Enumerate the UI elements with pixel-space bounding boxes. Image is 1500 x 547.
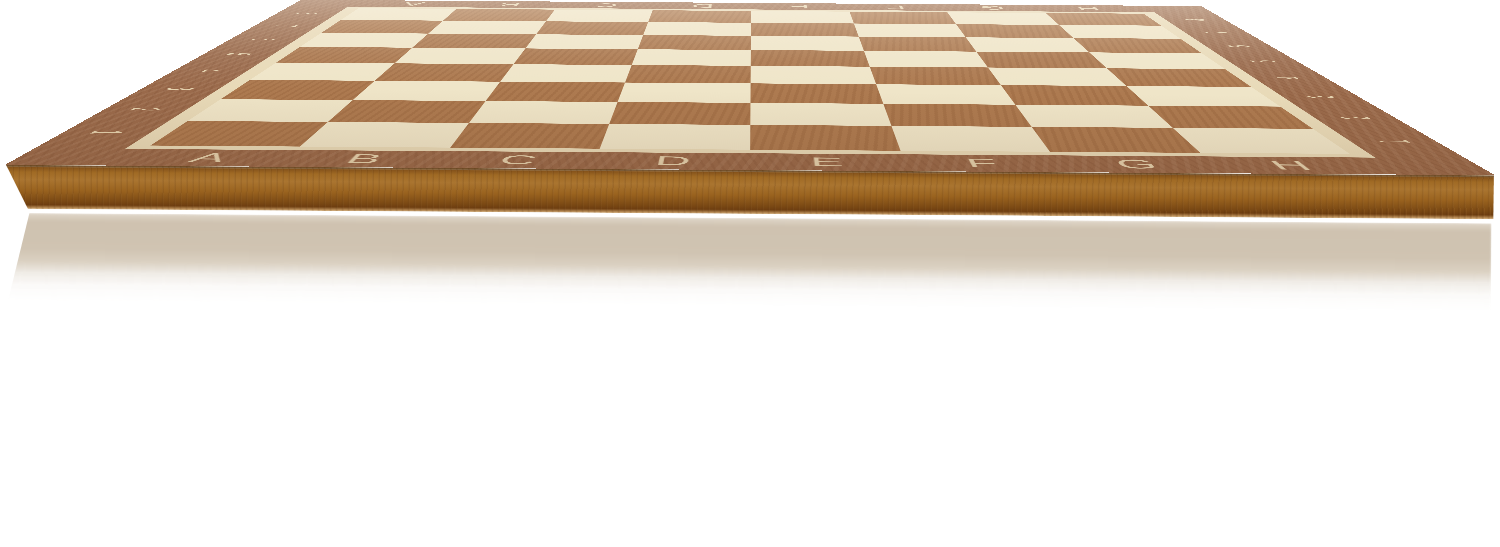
square-a4 bbox=[250, 63, 395, 81]
coordinate-glyph: 5 bbox=[1245, 60, 1282, 62]
square-a5 bbox=[276, 47, 412, 63]
square-f8 bbox=[849, 12, 956, 25]
coordinate-glyph: C bbox=[594, 3, 619, 8]
coordinate-glyph: B bbox=[341, 153, 386, 166]
square-g5 bbox=[976, 52, 1106, 69]
square-b7 bbox=[429, 21, 546, 35]
coordinate-glyph: 8 bbox=[291, 13, 323, 15]
chess-board: ABCDEFGH ABCDEFGH 87654321 87654321 bbox=[5, 0, 1495, 175]
coordinate-glyph: C bbox=[497, 154, 540, 167]
coordinate-glyph: F bbox=[885, 5, 907, 10]
square-b6 bbox=[413, 34, 537, 49]
square-d8 bbox=[648, 10, 751, 23]
square-g7 bbox=[956, 24, 1073, 38]
square-d5 bbox=[632, 49, 751, 66]
coordinate-glyph: 6 bbox=[1221, 45, 1256, 47]
square-b5 bbox=[395, 48, 526, 64]
file-label-front-e: E bbox=[750, 153, 908, 171]
square-g2 bbox=[1015, 105, 1172, 128]
coordinate-glyph: 2 bbox=[1333, 116, 1377, 119]
coordinate-glyph: D bbox=[691, 3, 714, 8]
square-e1 bbox=[750, 125, 900, 151]
square-f5 bbox=[864, 51, 988, 68]
square-g6 bbox=[966, 37, 1089, 52]
square-f7 bbox=[854, 24, 966, 38]
square-e7 bbox=[751, 23, 858, 37]
square-h4 bbox=[1107, 68, 1252, 87]
coordinate-glyph: 5 bbox=[220, 53, 257, 55]
coordinate-glyph: 2 bbox=[123, 108, 167, 111]
board-reflection bbox=[8, 213, 1492, 311]
file-label-front-g: G bbox=[1053, 155, 1223, 173]
square-f2 bbox=[883, 104, 1032, 127]
square-h8 bbox=[1046, 13, 1162, 26]
square-d7 bbox=[643, 22, 751, 36]
coordinate-glyph: G bbox=[978, 5, 1006, 10]
coordinate-glyph: 7 bbox=[269, 25, 302, 27]
square-a7 bbox=[321, 20, 443, 34]
coordinate-glyph: H bbox=[1074, 6, 1103, 11]
coordinate-glyph: D bbox=[654, 155, 692, 168]
product-photo-stage: ABCDEFGH ABCDEFGH 87654321 87654321 bbox=[0, 0, 1500, 547]
square-g3 bbox=[1001, 85, 1148, 106]
square-d6 bbox=[638, 35, 751, 50]
square-b1 bbox=[300, 122, 469, 148]
square-f6 bbox=[858, 37, 976, 52]
square-c7 bbox=[536, 21, 648, 35]
square-f4 bbox=[869, 67, 1001, 85]
scene: ABCDEFGH ABCDEFGH 87654321 87654321 bbox=[0, 0, 1500, 547]
square-c3 bbox=[485, 82, 625, 102]
file-label-front-a: A bbox=[120, 149, 296, 167]
square-d3 bbox=[618, 82, 751, 102]
file-label-front-d: D bbox=[592, 152, 750, 170]
square-d4 bbox=[625, 65, 750, 83]
coordinate-glyph: 1 bbox=[1370, 140, 1418, 143]
square-c6 bbox=[525, 34, 643, 49]
coordinate-glyph: B bbox=[498, 2, 523, 7]
square-c5 bbox=[513, 48, 638, 65]
square-e4 bbox=[751, 66, 876, 84]
square-f3 bbox=[876, 84, 1016, 105]
square-d1 bbox=[600, 124, 750, 150]
square-h7 bbox=[1059, 25, 1181, 39]
file-label-front-c: C bbox=[435, 151, 599, 169]
square-a8 bbox=[341, 8, 457, 20]
square-b3 bbox=[353, 81, 500, 101]
coordinate-glyph: 4 bbox=[191, 69, 230, 71]
square-d2 bbox=[610, 102, 751, 125]
square-e5 bbox=[751, 50, 870, 67]
square-c8 bbox=[546, 10, 653, 23]
coordinate-glyph: 6 bbox=[246, 38, 281, 40]
square-h6 bbox=[1073, 38, 1202, 53]
square-f1 bbox=[891, 126, 1050, 152]
square-a6 bbox=[300, 33, 429, 48]
coordinate-glyph: 3 bbox=[159, 88, 201, 91]
square-e2 bbox=[750, 103, 891, 126]
square-b8 bbox=[443, 9, 555, 21]
square-g8 bbox=[947, 12, 1058, 25]
coordinate-glyph: A bbox=[185, 151, 234, 164]
square-c2 bbox=[469, 101, 618, 124]
coordinate-glyph: F bbox=[963, 157, 1000, 170]
coordinate-glyph: 4 bbox=[1271, 77, 1310, 79]
coordinate-glyph: E bbox=[789, 4, 810, 9]
coordinate-glyph: A bbox=[400, 1, 427, 6]
coordinate-glyph: 8 bbox=[1180, 19, 1212, 21]
square-g4 bbox=[988, 67, 1126, 85]
coordinate-glyph: 1 bbox=[83, 131, 131, 134]
coordinate-glyph: G bbox=[1111, 158, 1161, 171]
coordinate-glyph: E bbox=[810, 156, 845, 169]
square-b4 bbox=[375, 63, 513, 81]
square-c4 bbox=[500, 64, 632, 82]
coordinate-glyph: 3 bbox=[1300, 95, 1342, 98]
square-e8 bbox=[751, 11, 854, 24]
square-e3 bbox=[750, 83, 882, 103]
square-a3 bbox=[220, 80, 375, 100]
file-label-front-f: F bbox=[901, 154, 1065, 172]
square-c1 bbox=[450, 123, 609, 149]
square-e6 bbox=[751, 36, 864, 51]
coordinate-glyph: 7 bbox=[1199, 31, 1232, 33]
file-label-front-h: H bbox=[1204, 156, 1380, 174]
square-b2 bbox=[328, 100, 485, 123]
file-label-front-b: B bbox=[277, 150, 447, 168]
square-h5 bbox=[1089, 52, 1225, 69]
coordinate-glyph: H bbox=[1265, 159, 1317, 172]
